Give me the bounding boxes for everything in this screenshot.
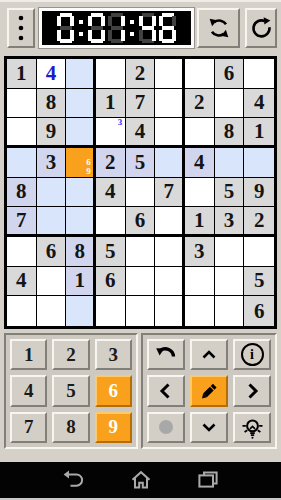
cell-r4c3[interactable]: 69	[66, 148, 96, 178]
timer-digit	[139, 13, 156, 43]
digit-3-button[interactable]: 3	[95, 339, 132, 370]
gray-dot-icon	[159, 420, 173, 434]
given-digit: 6	[105, 268, 116, 293]
given-digit: 2	[254, 208, 265, 233]
cell-r3c8[interactable]: 8	[215, 118, 245, 148]
given-digit: 3	[224, 208, 235, 233]
cell-r1c8[interactable]: 6	[215, 59, 245, 89]
cell-r8c4[interactable]: 6	[96, 267, 126, 297]
undo-button[interactable]	[147, 339, 185, 370]
cell-r5c7[interactable]	[185, 178, 215, 208]
cell-r7c1[interactable]	[7, 237, 37, 267]
given-digit: 1	[74, 268, 85, 293]
timer-colon	[77, 13, 85, 43]
digit-2-button[interactable]: 2	[52, 339, 89, 370]
cell-r9c7[interactable]	[185, 296, 215, 326]
digit-8-button[interactable]: 8	[52, 412, 89, 443]
cell-r2c9[interactable]: 4	[244, 89, 274, 119]
given-digit: 9	[254, 179, 265, 204]
given-digit: 7	[16, 208, 27, 233]
cell-r3c5[interactable]: 4	[126, 118, 156, 148]
home-icon	[128, 468, 154, 492]
cell-r9c4[interactable]	[96, 296, 126, 326]
info-button[interactable]: i	[233, 339, 271, 370]
cell-r9c5[interactable]	[126, 296, 156, 326]
given-digit: 6	[254, 299, 265, 324]
cell-r5c4[interactable]: 4	[96, 178, 126, 208]
cell-r9c9[interactable]: 6	[244, 296, 274, 326]
cell-r8c7[interactable]	[185, 267, 215, 297]
given-digit: 7	[135, 90, 146, 115]
given-digit: 6	[224, 61, 235, 86]
cell-r5c3[interactable]	[66, 178, 96, 208]
cell-r1c9[interactable]	[244, 59, 274, 89]
given-digit: 1	[194, 208, 205, 233]
cell-r1c1[interactable]: 1	[7, 59, 37, 89]
undo-arrow-icon	[153, 343, 179, 367]
cell-r6c1[interactable]: 7	[7, 207, 37, 237]
cell-r4c6[interactable]	[155, 148, 185, 178]
cell-r4c2[interactable]: 3	[37, 148, 67, 178]
given-digit: 2	[135, 61, 146, 86]
cell-r6c4[interactable]	[96, 207, 126, 237]
cell-r7c4[interactable]: 5	[96, 237, 126, 267]
cell-r9c8[interactable]	[215, 296, 245, 326]
cell-r5c6[interactable]: 7	[155, 178, 185, 208]
android-home-button[interactable]	[126, 465, 156, 495]
cell-r8c1[interactable]: 4	[7, 267, 37, 297]
given-digit: 8	[224, 119, 235, 144]
cell-r1c4[interactable]	[96, 59, 126, 89]
timer-digit	[108, 13, 125, 43]
cell-r3c2[interactable]: 9	[37, 118, 67, 148]
redo-button[interactable]	[245, 8, 277, 48]
user-digit: 4	[46, 61, 57, 86]
digit-7-button[interactable]: 7	[10, 412, 47, 443]
control-pad: i	[141, 333, 277, 449]
given-digit: 8	[46, 90, 57, 115]
cell-r2c3[interactable]	[66, 89, 96, 119]
cell-r7c7[interactable]: 3	[185, 237, 215, 267]
cell-r4c5[interactable]: 5	[126, 148, 156, 178]
cell-r7c8[interactable]	[215, 237, 245, 267]
given-digit: 1	[16, 61, 27, 86]
move-up-button[interactable]	[190, 339, 228, 370]
cell-r8c2[interactable]	[37, 267, 67, 297]
given-digit: 4	[16, 268, 27, 293]
cell-r2c8[interactable]	[215, 89, 245, 119]
cell-r3c7[interactable]	[185, 118, 215, 148]
digit-1-button[interactable]: 1	[10, 339, 47, 370]
cell-r6c8[interactable]: 3	[215, 207, 245, 237]
cell-r8c3[interactable]: 1	[66, 267, 96, 297]
cell-r7c5[interactable]	[126, 237, 156, 267]
cell-r7c3[interactable]: 8	[66, 237, 96, 267]
cell-r1c7[interactable]	[185, 59, 215, 89]
move-down-button[interactable]	[190, 412, 228, 443]
recents-icon	[195, 468, 221, 492]
given-digit: 5	[254, 268, 265, 293]
cell-r2c4[interactable]: 1	[96, 89, 126, 119]
cell-r9c6[interactable]	[155, 296, 185, 326]
move-left-button[interactable]	[147, 375, 185, 406]
given-digit: 9	[46, 119, 57, 144]
given-digit: 3	[194, 239, 205, 264]
cell-r4c4[interactable]: 2	[96, 148, 126, 178]
given-digit: 2	[105, 150, 116, 175]
cell-r1c5[interactable]: 2	[126, 59, 156, 89]
given-digit: 1	[254, 119, 265, 144]
cell-r3c6[interactable]	[155, 118, 185, 148]
cell-r3c3[interactable]	[66, 118, 96, 148]
cell-r6c9[interactable]: 2	[244, 207, 274, 237]
digit-6-button[interactable]: 6	[95, 375, 132, 406]
dot-button[interactable]	[147, 412, 185, 443]
cell-r8c6[interactable]	[155, 267, 185, 297]
chevron-down-icon	[197, 415, 221, 439]
sudoku-app-screen: 142681724934813692548475976132685341656 …	[0, 0, 281, 500]
digit-4-button[interactable]: 4	[10, 375, 47, 406]
timer-digit	[159, 13, 176, 43]
cell-r5c8[interactable]: 5	[215, 178, 245, 208]
cell-r5c2[interactable]	[37, 178, 67, 208]
pencil-icon	[197, 378, 222, 403]
pencil-marks: 3	[96, 118, 125, 145]
cell-r9c2[interactable]	[37, 296, 67, 326]
cell-r5c9[interactable]: 9	[244, 178, 274, 208]
redo-circle-icon	[249, 16, 273, 40]
android-recents-button[interactable]	[193, 465, 223, 495]
cell-r2c7[interactable]: 2	[185, 89, 215, 119]
given-digit: 4	[105, 179, 116, 204]
given-digit: 5	[105, 239, 116, 264]
chevron-right-icon	[240, 379, 264, 403]
cell-r7c6[interactable]	[155, 237, 185, 267]
cell-r9c1[interactable]	[7, 296, 37, 326]
pencil-mark-9: 9	[84, 167, 93, 177]
chevron-left-icon	[154, 379, 178, 403]
chevron-up-icon	[197, 343, 221, 367]
cell-r4c1[interactable]	[7, 148, 37, 178]
cell-r3c1[interactable]	[7, 118, 37, 148]
pencil-mark-3: 3	[115, 118, 125, 127]
move-right-button[interactable]	[233, 375, 271, 406]
given-digit: 8	[16, 179, 27, 204]
cell-r8c8[interactable]	[215, 267, 245, 297]
digit-9-button[interactable]: 9	[95, 412, 132, 443]
cell-r1c2[interactable]: 4	[37, 59, 67, 89]
digit-5-button[interactable]: 5	[52, 375, 89, 406]
cell-r6c3[interactable]	[66, 207, 96, 237]
sudoku-board: 142681724934813692548475976132685341656	[4, 56, 277, 329]
pencil-button[interactable]	[190, 375, 228, 406]
restart-button[interactable]	[197, 8, 240, 48]
given-digit: 6	[46, 239, 57, 264]
given-digit: 2	[194, 90, 205, 115]
cell-r2c5[interactable]: 7	[126, 89, 156, 119]
cell-r1c6[interactable]	[155, 59, 185, 89]
given-digit: 3	[46, 150, 57, 175]
cell-r5c1[interactable]: 8	[7, 178, 37, 208]
cell-r9c3[interactable]	[66, 296, 96, 326]
cell-r3c9[interactable]: 1	[244, 118, 274, 148]
back-arrow-icon	[60, 468, 86, 492]
timer-digit	[88, 13, 105, 43]
android-navbar	[0, 462, 281, 498]
cell-r4c9[interactable]	[244, 148, 274, 178]
given-digit: 4	[254, 90, 265, 115]
given-digit: 4	[194, 150, 205, 175]
given-digit: 4	[135, 119, 146, 144]
pencil-marks: 69	[66, 148, 93, 177]
cell-r6c2[interactable]	[37, 207, 67, 237]
given-digit: 5	[135, 150, 146, 175]
cell-r4c7[interactable]: 4	[185, 148, 215, 178]
given-digit: 8	[74, 239, 85, 264]
number-pad: 123456789	[4, 333, 138, 449]
timer-colon	[128, 13, 136, 43]
cell-r3c4[interactable]: 3	[96, 118, 126, 148]
cell-r8c5[interactable]	[126, 267, 156, 297]
cell-r7c9[interactable]	[244, 237, 274, 267]
cell-r2c6[interactable]	[155, 89, 185, 119]
cell-r1c3[interactable]	[66, 59, 96, 89]
given-digit: 5	[224, 179, 235, 204]
given-digit: 6	[135, 208, 146, 233]
given-digit: 7	[163, 179, 174, 204]
menu-dots-icon	[16, 14, 26, 42]
restart-cycle-icon	[206, 15, 232, 41]
cell-r7c2[interactable]: 6	[37, 237, 67, 267]
timer-display	[39, 8, 194, 48]
cell-r8c9[interactable]: 5	[244, 267, 274, 297]
cell-r2c2[interactable]: 8	[37, 89, 67, 119]
menu-button[interactable]	[7, 8, 35, 48]
cell-r5c5[interactable]	[126, 178, 156, 208]
lightbulb-icon	[240, 415, 265, 440]
info-icon: i	[241, 343, 264, 366]
cell-r6c7[interactable]: 1	[185, 207, 215, 237]
cell-r6c5[interactable]: 6	[126, 207, 156, 237]
android-back-button[interactable]	[58, 465, 88, 495]
hint-button[interactable]	[233, 412, 271, 443]
cell-r4c8[interactable]	[215, 148, 245, 178]
cell-r2c1[interactable]	[7, 89, 37, 119]
cell-r6c6[interactable]	[155, 207, 185, 237]
given-digit: 1	[105, 90, 116, 115]
timer-digit	[57, 13, 74, 43]
